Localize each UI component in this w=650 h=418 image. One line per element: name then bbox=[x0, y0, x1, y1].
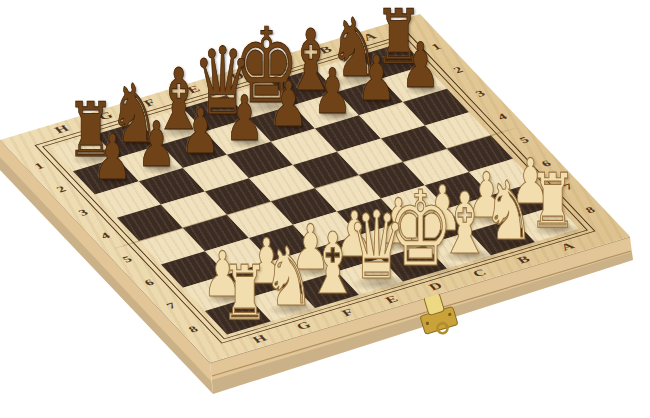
photo-scene: HGFEDCBA 12345678 12345678 HGFEDCBA ♜♞♝♛… bbox=[0, 0, 650, 418]
